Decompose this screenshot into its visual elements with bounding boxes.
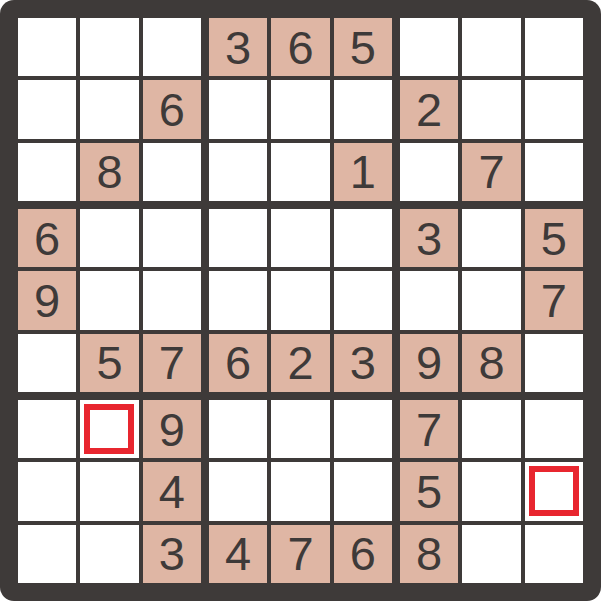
cell-r8c6[interactable] (334, 462, 392, 520)
cell-r9c5: 7 (271, 525, 329, 583)
cell-r4c2[interactable] (80, 209, 138, 267)
block-3-3: 758 (400, 400, 583, 583)
cell-r7c3: 9 (143, 400, 201, 458)
given-digit: 7 (159, 339, 185, 386)
block-1-3: 27 (400, 18, 583, 201)
highlight-box[interactable] (529, 466, 579, 516)
block-2-1: 6957 (18, 209, 201, 392)
given-digit: 4 (159, 468, 185, 515)
block-1-1: 68 (18, 18, 201, 201)
cell-r9c2[interactable] (80, 525, 138, 583)
given-digit: 6 (159, 86, 185, 133)
given-digit: 9 (34, 277, 60, 324)
given-digit: 2 (287, 339, 313, 386)
cell-r2c2[interactable] (80, 80, 138, 138)
cell-r7c9[interactable] (525, 400, 583, 458)
cell-r1c2[interactable] (80, 18, 138, 76)
given-digit: 7 (416, 406, 442, 453)
cell-r8c2[interactable] (80, 462, 138, 520)
cell-r2c6[interactable] (334, 80, 392, 138)
cell-r2c1[interactable] (18, 80, 76, 138)
cell-r8c5[interactable] (271, 462, 329, 520)
cell-r1c4: 3 (209, 18, 267, 76)
cell-r7c6[interactable] (334, 400, 392, 458)
given-digit: 7 (287, 530, 313, 577)
given-digit: 9 (159, 406, 185, 453)
given-digit: 7 (541, 277, 567, 324)
given-digit: 4 (225, 530, 251, 577)
cell-r9c4: 4 (209, 525, 267, 583)
cell-r6c6: 3 (334, 334, 392, 392)
given-digit: 6 (287, 24, 313, 71)
given-digit: 5 (416, 468, 442, 515)
cell-r6c3: 7 (143, 334, 201, 392)
cell-r7c5[interactable] (271, 400, 329, 458)
cell-r3c1[interactable] (18, 143, 76, 201)
cell-r4c7: 3 (400, 209, 458, 267)
cell-r7c2[interactable] (80, 400, 138, 458)
cell-r4c4[interactable] (209, 209, 267, 267)
cell-r6c2: 5 (80, 334, 138, 392)
cell-r7c7: 7 (400, 400, 458, 458)
cell-r3c7[interactable] (400, 143, 458, 201)
cell-r6c1[interactable] (18, 334, 76, 392)
cell-r5c5[interactable] (271, 271, 329, 329)
cell-r3c4[interactable] (209, 143, 267, 201)
cell-r7c1[interactable] (18, 400, 76, 458)
cell-r5c7[interactable] (400, 271, 458, 329)
given-digit: 9 (416, 339, 442, 386)
cell-r1c5: 6 (271, 18, 329, 76)
given-digit: 8 (96, 148, 122, 195)
cell-r1c9[interactable] (525, 18, 583, 76)
cell-r5c1: 9 (18, 271, 76, 329)
cell-r4c6[interactable] (334, 209, 392, 267)
given-digit: 3 (159, 530, 185, 577)
cell-r9c6: 6 (334, 525, 392, 583)
cell-r4c5[interactable] (271, 209, 329, 267)
given-digit: 6 (350, 530, 376, 577)
cell-r5c4[interactable] (209, 271, 267, 329)
cell-r6c5: 2 (271, 334, 329, 392)
cell-r8c1[interactable] (18, 462, 76, 520)
cell-r2c8[interactable] (462, 80, 520, 138)
cell-r8c3: 4 (143, 462, 201, 520)
cell-r3c8: 7 (462, 143, 520, 201)
given-digit: 3 (416, 215, 442, 262)
given-digit: 5 (541, 215, 567, 262)
block-1-2: 3651 (209, 18, 392, 201)
given-digit: 8 (478, 339, 504, 386)
cell-r5c8[interactable] (462, 271, 520, 329)
cell-r9c7: 8 (400, 525, 458, 583)
sudoku-grid: 68365127695762335798943476758 (18, 18, 583, 583)
cell-r1c3[interactable] (143, 18, 201, 76)
cell-r5c2[interactable] (80, 271, 138, 329)
sudoku-board: 68365127695762335798943476758 (0, 0, 601, 601)
block-3-1: 943 (18, 400, 201, 583)
cell-r2c7: 2 (400, 80, 458, 138)
given-digit: 6 (225, 339, 251, 386)
cell-r8c4[interactable] (209, 462, 267, 520)
cell-r7c8[interactable] (462, 400, 520, 458)
cell-r3c3[interactable] (143, 143, 201, 201)
cell-r8c7: 5 (400, 462, 458, 520)
cell-r2c3: 6 (143, 80, 201, 138)
cell-r5c3[interactable] (143, 271, 201, 329)
cell-r9c8[interactable] (462, 525, 520, 583)
cell-r3c9[interactable] (525, 143, 583, 201)
cell-r5c9: 7 (525, 271, 583, 329)
cell-r9c9[interactable] (525, 525, 583, 583)
cell-r6c9[interactable] (525, 334, 583, 392)
block-2-2: 623 (209, 209, 392, 392)
highlight-box[interactable] (84, 404, 134, 454)
cell-r4c3[interactable] (143, 209, 201, 267)
given-digit: 5 (350, 24, 376, 71)
given-digit: 8 (416, 530, 442, 577)
cell-r6c4: 6 (209, 334, 267, 392)
given-digit: 7 (478, 148, 504, 195)
given-digit: 2 (416, 86, 442, 133)
cell-r7c4[interactable] (209, 400, 267, 458)
cell-r6c8: 8 (462, 334, 520, 392)
cell-r3c5[interactable] (271, 143, 329, 201)
cell-r5c6[interactable] (334, 271, 392, 329)
given-digit: 3 (225, 24, 251, 71)
block-3-2: 476 (209, 400, 392, 583)
cell-r4c9: 5 (525, 209, 583, 267)
cell-r6c7: 9 (400, 334, 458, 392)
cell-r4c8[interactable] (462, 209, 520, 267)
cell-r1c6: 5 (334, 18, 392, 76)
cell-r8c9[interactable] (525, 462, 583, 520)
cell-r2c4[interactable] (209, 80, 267, 138)
cell-r2c9[interactable] (525, 80, 583, 138)
cell-r3c2: 8 (80, 143, 138, 201)
cell-r1c7[interactable] (400, 18, 458, 76)
block-2-3: 35798 (400, 209, 583, 392)
cell-r1c8[interactable] (462, 18, 520, 76)
cell-r9c1[interactable] (18, 525, 76, 583)
given-digit: 6 (34, 215, 60, 262)
cell-r8c8[interactable] (462, 462, 520, 520)
given-digit: 5 (96, 339, 122, 386)
given-digit: 3 (350, 339, 376, 386)
cell-r2c5[interactable] (271, 80, 329, 138)
cell-r4c1: 6 (18, 209, 76, 267)
cell-r1c1[interactable] (18, 18, 76, 76)
cell-r3c6: 1 (334, 143, 392, 201)
cell-r9c3: 3 (143, 525, 201, 583)
given-digit: 1 (350, 148, 376, 195)
